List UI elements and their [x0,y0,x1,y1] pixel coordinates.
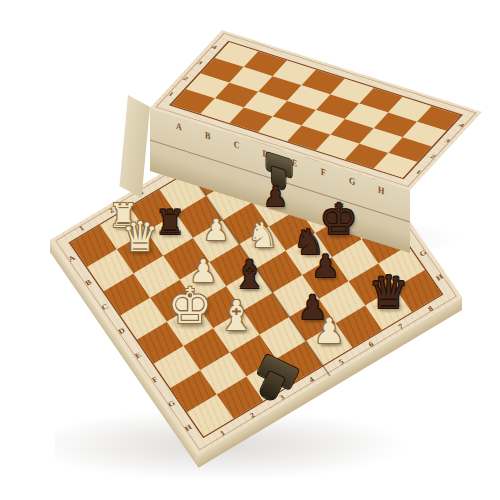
clasp-hook-icon [271,165,286,192]
box-letter-F: F [309,162,338,182]
box-number-right-1: 1 [411,168,426,176]
box-number-right-3: 3 [440,137,455,145]
box-letter-A: A [164,117,193,137]
box-letter-H: H [367,181,396,201]
closed-box-clasp [264,150,293,197]
box-letter-C: C [222,135,251,155]
box-letter-B: B [193,126,222,146]
product-photo-chess-set: AABBCCDDEEFFGGHH1122334455667788 4433221… [0,0,500,500]
box-number-right-4: 4 [454,121,469,129]
box-letter-G: G [338,171,367,191]
box-number-right-2: 2 [425,152,440,160]
